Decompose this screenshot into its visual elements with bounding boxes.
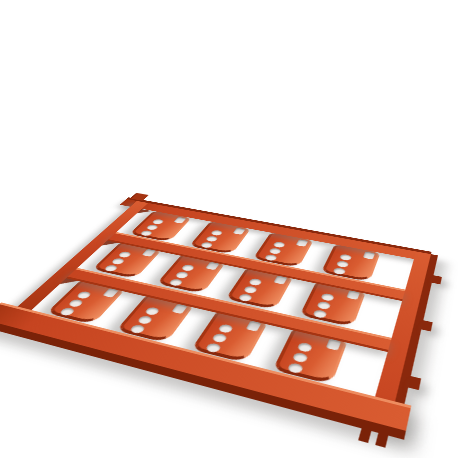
marker-hole xyxy=(103,264,118,272)
marker-hole xyxy=(200,242,214,249)
marker-hole xyxy=(339,254,352,261)
marker-hole xyxy=(146,224,159,230)
marker-carrier-frame xyxy=(0,201,431,426)
marker-slot xyxy=(363,252,375,260)
marker-hole xyxy=(297,342,313,353)
marker-hole xyxy=(151,219,164,225)
marker-hole xyxy=(129,324,146,334)
marker-hole xyxy=(137,315,154,325)
marker-hole xyxy=(248,278,263,286)
marker-hole xyxy=(144,307,161,316)
snap-tab xyxy=(432,275,442,284)
break-off-tooth xyxy=(358,428,371,443)
marker-hole xyxy=(67,299,84,308)
marker-hole xyxy=(111,258,126,265)
marker-hole xyxy=(238,293,253,302)
marker-hole xyxy=(210,230,223,236)
marker-hole xyxy=(205,236,218,243)
marker-hole xyxy=(292,352,309,363)
marker-hole xyxy=(181,264,196,272)
marker-hole xyxy=(333,267,347,275)
marker-hole xyxy=(316,301,331,310)
marker-hole xyxy=(336,260,349,268)
marker-hole xyxy=(205,342,222,353)
marker-slot xyxy=(296,239,308,246)
marker-hole xyxy=(175,271,190,279)
snap-tab xyxy=(421,320,432,331)
product-photo-canvas xyxy=(0,0,458,458)
marker-hole xyxy=(168,278,183,286)
marker-hole xyxy=(312,309,327,318)
marker-hole xyxy=(76,291,93,300)
marker-hole xyxy=(320,293,334,302)
marker-hole xyxy=(211,333,228,343)
snap-tab xyxy=(408,376,421,390)
marker-hole xyxy=(273,241,286,248)
marker-hole xyxy=(117,251,132,258)
marker-slot xyxy=(233,228,246,235)
marker-hole xyxy=(243,285,258,293)
marker-hole xyxy=(140,230,154,236)
marker-hole xyxy=(287,362,304,374)
marker-hole xyxy=(268,248,281,255)
marker-slot xyxy=(173,217,186,224)
marker-hole xyxy=(264,254,278,261)
marker-hole xyxy=(59,307,76,316)
break-off-tooth xyxy=(375,433,388,448)
marker-hole xyxy=(217,324,233,334)
